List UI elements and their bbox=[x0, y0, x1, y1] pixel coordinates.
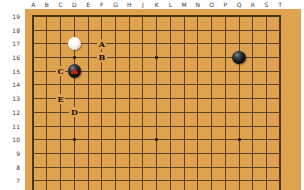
move-label-e[interactable]: E bbox=[54, 92, 68, 106]
column-letter: E bbox=[83, 1, 93, 8]
black-stone[interactable] bbox=[232, 51, 245, 64]
column-letter: D bbox=[69, 1, 79, 8]
move-label-text: C bbox=[56, 66, 65, 76]
row-number: 13 bbox=[2, 95, 20, 102]
go-board[interactable]: ABCED bbox=[25, 9, 301, 190]
column-letter: B bbox=[42, 1, 52, 8]
stone-black-d15[interactable] bbox=[67, 64, 81, 78]
move-label-text: E bbox=[56, 94, 65, 104]
row-number: 11 bbox=[2, 123, 20, 130]
row-number: 10 bbox=[2, 136, 20, 143]
row-number: 8 bbox=[2, 164, 20, 171]
move-label-d[interactable]: D bbox=[67, 105, 81, 119]
move-label-a[interactable]: A bbox=[95, 37, 109, 51]
column-letter: P bbox=[220, 1, 230, 8]
row-number: 15 bbox=[2, 68, 20, 75]
column-letter: K bbox=[152, 1, 162, 8]
column-letter: Q bbox=[234, 1, 244, 8]
column-letter: S bbox=[261, 1, 271, 8]
row-number: 16 bbox=[2, 54, 20, 61]
move-label-c[interactable]: C bbox=[54, 64, 68, 78]
row-number: 14 bbox=[2, 81, 20, 88]
last-move-triangle-icon bbox=[70, 67, 79, 75]
move-label-b[interactable]: B bbox=[95, 51, 109, 65]
white-stone[interactable] bbox=[68, 37, 81, 50]
column-letter: G bbox=[111, 1, 121, 8]
row-number: 12 bbox=[2, 109, 20, 116]
row-number: 17 bbox=[2, 40, 20, 47]
stone-black-q16[interactable] bbox=[232, 51, 246, 65]
column-letter: R bbox=[248, 1, 258, 8]
intersection-grid[interactable]: ABCED bbox=[26, 9, 287, 187]
move-label-text: B bbox=[97, 52, 107, 62]
move-label-text: A bbox=[97, 39, 106, 49]
column-letter: T bbox=[275, 1, 285, 8]
column-letter: A bbox=[28, 1, 38, 8]
row-number: 19 bbox=[2, 13, 20, 20]
column-letter: H bbox=[124, 1, 134, 8]
row-number: 9 bbox=[2, 150, 20, 157]
column-letter: J bbox=[138, 1, 148, 8]
row-number: 7 bbox=[2, 177, 20, 184]
black-stone[interactable] bbox=[68, 64, 81, 77]
row-number: 18 bbox=[2, 27, 20, 34]
column-letter: C bbox=[56, 1, 66, 8]
go-diagram: ABCDEFGHJKLMNOPQRST 19181716151413121110… bbox=[0, 0, 304, 190]
column-letter: L bbox=[165, 1, 175, 8]
column-letter: M bbox=[179, 1, 189, 8]
move-label-text: D bbox=[69, 107, 79, 117]
stone-white-d17[interactable] bbox=[67, 37, 81, 51]
column-letter: F bbox=[97, 1, 107, 8]
column-letter: O bbox=[207, 1, 217, 8]
column-letter: N bbox=[193, 1, 203, 8]
